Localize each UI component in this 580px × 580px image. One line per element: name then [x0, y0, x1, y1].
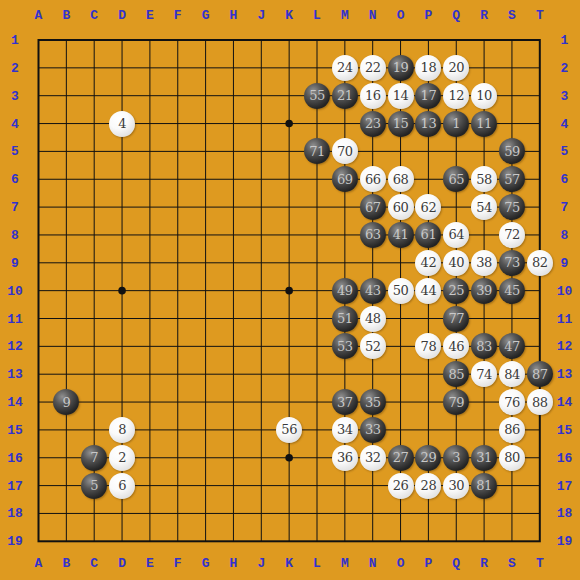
white-stone-84[interactable]: 84: [499, 361, 525, 387]
col-label-top: Q: [452, 9, 460, 22]
black-stone-77[interactable]: 77: [443, 306, 469, 332]
row-label-right: 13: [557, 368, 573, 381]
black-stone-31[interactable]: 31: [471, 445, 497, 471]
white-stone-54[interactable]: 54: [471, 194, 497, 220]
white-stone-66[interactable]: 66: [360, 166, 386, 192]
black-stone-69[interactable]: 69: [332, 166, 358, 192]
white-stone-68[interactable]: 68: [388, 166, 414, 192]
white-stone-42[interactable]: 42: [415, 250, 441, 276]
white-stone-56[interactable]: 56: [276, 417, 302, 443]
white-stone-34[interactable]: 34: [332, 417, 358, 443]
black-stone-73[interactable]: 73: [499, 250, 525, 276]
row-label-right: 6: [561, 173, 569, 186]
black-stone-25[interactable]: 25: [443, 278, 469, 304]
row-label-left: 12: [7, 340, 23, 353]
col-label-bottom: A: [35, 557, 43, 570]
white-stone-20[interactable]: 20: [443, 55, 469, 81]
white-stone-4[interactable]: 4: [109, 111, 135, 137]
col-label-top: L: [313, 9, 321, 22]
white-stone-76[interactable]: 76: [499, 389, 525, 415]
black-stone-1[interactable]: 1: [443, 111, 469, 137]
row-label-right: 12: [557, 340, 573, 353]
white-stone-64[interactable]: 64: [443, 222, 469, 248]
black-stone-19[interactable]: 19: [388, 55, 414, 81]
row-label-left: 10: [7, 284, 23, 297]
col-label-top: T: [536, 9, 544, 22]
col-label-bottom: J: [257, 557, 265, 570]
col-label-bottom: C: [90, 557, 98, 570]
col-label-top: J: [257, 9, 265, 22]
black-stone-81[interactable]: 81: [471, 473, 497, 499]
row-label-left: 5: [11, 145, 19, 158]
col-label-bottom: D: [118, 557, 126, 570]
black-stone-23[interactable]: 23: [360, 111, 386, 137]
col-label-bottom: K: [285, 557, 293, 570]
white-stone-44[interactable]: 44: [415, 278, 441, 304]
col-label-bottom: B: [62, 557, 70, 570]
white-stone-16[interactable]: 16: [360, 83, 386, 109]
col-label-top: M: [341, 9, 349, 22]
black-stone-39[interactable]: 39: [471, 278, 497, 304]
white-stone-28[interactable]: 28: [415, 473, 441, 499]
black-stone-29[interactable]: 29: [415, 445, 441, 471]
white-stone-80[interactable]: 80: [499, 445, 525, 471]
star-point: [118, 287, 126, 295]
white-stone-88[interactable]: 88: [527, 389, 553, 415]
row-label-left: 16: [7, 451, 23, 464]
row-label-left: 9: [11, 256, 19, 269]
black-stone-53[interactable]: 53: [332, 333, 358, 359]
col-label-bottom: P: [424, 557, 432, 570]
col-label-bottom: S: [508, 557, 516, 570]
white-stone-36[interactable]: 36: [332, 445, 358, 471]
row-label-left: 3: [11, 89, 19, 102]
row-label-right: 8: [561, 228, 569, 241]
white-stone-82[interactable]: 82: [527, 250, 553, 276]
white-stone-26[interactable]: 26: [388, 473, 414, 499]
black-stone-43[interactable]: 43: [360, 278, 386, 304]
row-label-right: 7: [561, 201, 569, 214]
row-label-right: 4: [561, 117, 569, 130]
white-stone-48[interactable]: 48: [360, 306, 386, 332]
row-label-right: 3: [561, 89, 569, 102]
row-label-right: 17: [557, 479, 573, 492]
col-label-bottom: G: [202, 557, 210, 570]
black-stone-75[interactable]: 75: [499, 194, 525, 220]
black-stone-13[interactable]: 13: [415, 111, 441, 137]
row-label-left: 7: [11, 201, 19, 214]
row-label-right: 10: [557, 284, 573, 297]
row-label-left: 19: [7, 535, 23, 548]
black-stone-17[interactable]: 17: [415, 83, 441, 109]
row-label-right: 14: [557, 396, 573, 409]
black-stone-27[interactable]: 27: [388, 445, 414, 471]
black-stone-37[interactable]: 37: [332, 389, 358, 415]
white-stone-32[interactable]: 32: [360, 445, 386, 471]
row-label-left: 2: [11, 61, 19, 74]
row-label-left: 13: [7, 368, 23, 381]
white-stone-60[interactable]: 60: [388, 194, 414, 220]
white-stone-86[interactable]: 86: [499, 417, 525, 443]
white-stone-2[interactable]: 2: [109, 445, 135, 471]
black-stone-51[interactable]: 51: [332, 306, 358, 332]
white-stone-6[interactable]: 6: [109, 473, 135, 499]
row-label-right: 11: [557, 312, 573, 325]
black-stone-41[interactable]: 41: [388, 222, 414, 248]
col-label-top: C: [90, 9, 98, 22]
white-stone-30[interactable]: 30: [443, 473, 469, 499]
white-stone-24[interactable]: 24: [332, 55, 358, 81]
row-label-right: 19: [557, 535, 573, 548]
row-label-right: 15: [557, 423, 573, 436]
black-stone-63[interactable]: 63: [360, 222, 386, 248]
white-stone-14[interactable]: 14: [388, 83, 414, 109]
col-label-top: G: [202, 9, 210, 22]
row-label-right: 16: [557, 451, 573, 464]
col-label-bottom: H: [230, 557, 238, 570]
black-stone-15[interactable]: 15: [388, 111, 414, 137]
white-stone-50[interactable]: 50: [388, 278, 414, 304]
col-label-bottom: T: [536, 557, 544, 570]
col-label-top: H: [230, 9, 238, 22]
col-label-top: O: [397, 9, 405, 22]
black-stone-55[interactable]: 55: [304, 83, 330, 109]
col-label-top: N: [369, 9, 377, 22]
row-label-right: 2: [561, 61, 569, 74]
go-board[interactable]: AABBCCDDEEFFGGHHJJKKLLMMNNOOPPQQRRSSTT11…: [0, 0, 580, 580]
col-label-bottom: R: [480, 557, 488, 570]
black-stone-35[interactable]: 35: [360, 389, 386, 415]
row-label-left: 14: [7, 396, 23, 409]
row-label-right: 5: [561, 145, 569, 158]
row-label-right: 9: [561, 256, 569, 269]
row-label-left: 6: [11, 173, 19, 186]
row-label-right: 18: [557, 507, 573, 520]
row-label-left: 15: [7, 423, 23, 436]
col-label-top: E: [146, 9, 154, 22]
col-label-top: F: [174, 9, 182, 22]
white-stone-22[interactable]: 22: [360, 55, 386, 81]
row-label-left: 4: [11, 117, 19, 130]
col-label-bottom: N: [369, 557, 377, 570]
white-stone-52[interactable]: 52: [360, 333, 386, 359]
white-stone-8[interactable]: 8: [109, 417, 135, 443]
black-stone-67[interactable]: 67: [360, 194, 386, 220]
row-label-right: 1: [561, 34, 569, 47]
col-label-top: A: [35, 9, 43, 22]
white-stone-38[interactable]: 38: [471, 250, 497, 276]
col-label-bottom: Q: [452, 557, 460, 570]
col-label-top: R: [480, 9, 488, 22]
col-label-top: B: [62, 9, 70, 22]
black-stone-7[interactable]: 7: [81, 445, 107, 471]
star-point: [285, 120, 293, 128]
col-label-top: D: [118, 9, 126, 22]
black-stone-11[interactable]: 11: [471, 111, 497, 137]
star-point: [285, 287, 293, 295]
black-stone-87[interactable]: 87: [527, 361, 553, 387]
black-stone-45[interactable]: 45: [499, 278, 525, 304]
black-stone-3[interactable]: 3: [443, 445, 469, 471]
col-label-top: S: [508, 9, 516, 22]
white-stone-72[interactable]: 72: [499, 222, 525, 248]
black-stone-33[interactable]: 33: [360, 417, 386, 443]
black-stone-49[interactable]: 49: [332, 278, 358, 304]
col-label-bottom: M: [341, 557, 349, 570]
row-label-left: 8: [11, 228, 19, 241]
black-stone-21[interactable]: 21: [332, 83, 358, 109]
row-label-left: 1: [11, 34, 19, 47]
col-label-top: K: [285, 9, 293, 22]
white-stone-10[interactable]: 10: [471, 83, 497, 109]
row-label-left: 18: [7, 507, 23, 520]
star-point: [285, 454, 293, 462]
row-label-left: 11: [7, 312, 23, 325]
white-stone-40[interactable]: 40: [443, 250, 469, 276]
col-label-bottom: L: [313, 557, 321, 570]
col-label-top: P: [424, 9, 432, 22]
col-label-bottom: F: [174, 557, 182, 570]
black-stone-5[interactable]: 5: [81, 473, 107, 499]
white-stone-12[interactable]: 12: [443, 83, 469, 109]
col-label-bottom: O: [397, 557, 405, 570]
black-stone-57[interactable]: 57: [499, 166, 525, 192]
row-label-left: 17: [7, 479, 23, 492]
col-label-bottom: E: [146, 557, 154, 570]
